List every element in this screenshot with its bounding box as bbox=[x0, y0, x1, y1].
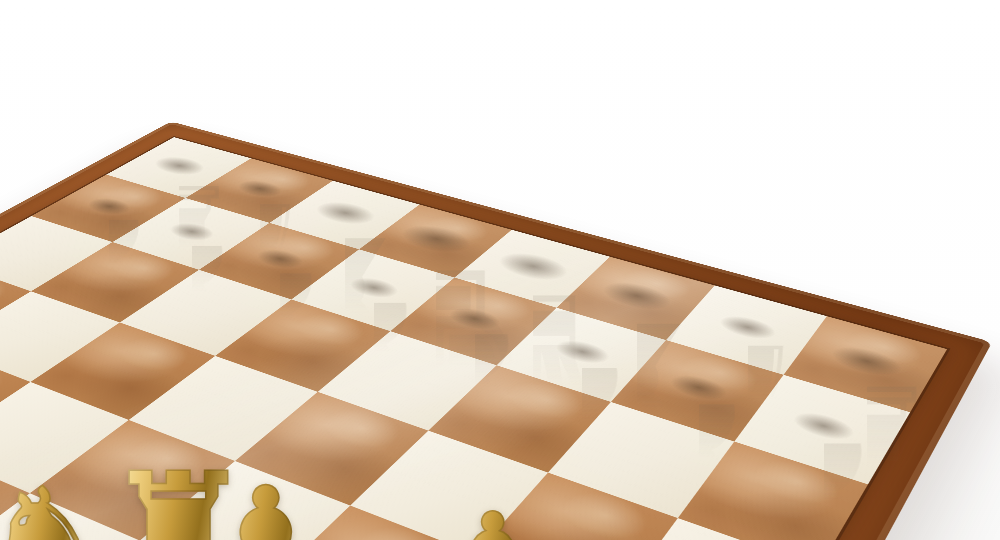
square-a4 bbox=[612, 518, 819, 540]
product-photo: ♜♜♞♞♝♝♚♚♛♛♝♝♞♞♜♜♟♟♟♟♟♟♟♟♟♟♟♟♟♟♟♟♟♟♟♟♟♟♟♟… bbox=[0, 0, 1000, 540]
board-scene: ♜♜♞♞♝♝♚♚♛♛♝♝♞♞♜♜♟♟♟♟♟♟♟♟♟♟♟♟♟♟♟♟♟♟♟♟♟♟♟♟… bbox=[0, 0, 1000, 540]
chessboard: ♜♜♞♞♝♝♚♚♛♛♝♝♞♞♜♜♟♟♟♟♟♟♟♟♟♟♟♟♟♟♟♟♟♟♟♟♟♟♟♟… bbox=[0, 121, 992, 540]
queen-glyph: ♛ bbox=[0, 472, 41, 540]
square-b4 bbox=[476, 473, 678, 540]
square-d5 bbox=[140, 461, 350, 540]
square-c5 bbox=[260, 506, 476, 540]
